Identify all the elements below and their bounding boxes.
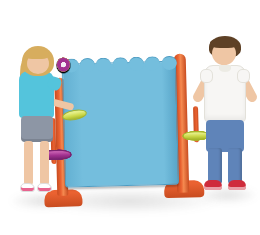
- boy-leg: [208, 148, 222, 184]
- girl-leg: [24, 141, 33, 185]
- boy-leg: [228, 148, 242, 184]
- product-photo-stage: [0, 0, 260, 235]
- boy-shoe: [228, 180, 246, 190]
- girl-shorts: [21, 116, 53, 142]
- boy-collar: [219, 65, 231, 72]
- girl-shoe: [20, 183, 35, 192]
- board-crest: [96, 57, 111, 71]
- board-crest: [161, 56, 176, 70]
- boy-hair-fringe: [210, 38, 238, 48]
- board-crest: [129, 57, 144, 71]
- board-crest: [145, 56, 160, 70]
- girl-hair-bangs: [25, 49, 49, 59]
- board-crest: [80, 58, 95, 72]
- boy-figure: [198, 36, 260, 194]
- boy-shoe: [204, 180, 222, 190]
- board-crest: [112, 57, 127, 71]
- girl-shoe: [37, 183, 52, 192]
- boy-sleeve: [237, 69, 250, 83]
- boy-sleeve: [200, 69, 213, 83]
- board: [62, 61, 179, 188]
- girl-leg: [40, 141, 49, 185]
- girl-figure: [10, 46, 70, 196]
